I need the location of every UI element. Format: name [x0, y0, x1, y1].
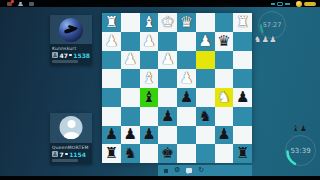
white-player-rating: 1538 — [73, 52, 90, 59]
white-p-piece: ♟ — [198, 33, 211, 48]
square-r6c4[interactable]: ♟ — [158, 107, 177, 126]
square-r3c8[interactable] — [233, 51, 252, 70]
square-r5c3[interactable]: ♝ — [140, 88, 159, 107]
player-card-black[interactable]: QueenMORTEM 7 1154 — [50, 113, 92, 164]
white-player-name: Kunnskurt — [52, 46, 90, 51]
white-p-piece: ♟ — [105, 33, 118, 48]
square-r7c7[interactable]: ♟ — [215, 126, 234, 145]
white-q-piece: ♛ — [180, 14, 193, 29]
chat-bubble-icon[interactable] — [186, 168, 192, 173]
avatar-zone — [50, 15, 92, 44]
white-player-score: 47 — [60, 52, 68, 59]
square-r8c7[interactable] — [215, 144, 234, 163]
white-p-piece: ♟ — [142, 33, 155, 48]
square-r8c8[interactable]: ♜ — [233, 144, 252, 163]
square-r7c8[interactable] — [233, 126, 252, 145]
captured-white-pieces: ♞♟♟ — [254, 36, 277, 44]
score-dot-icon — [69, 54, 71, 57]
square-r4c5[interactable]: ♟ — [177, 69, 196, 88]
square-r4c4[interactable] — [158, 69, 177, 88]
square-r5c5[interactable]: ♟ — [177, 88, 196, 107]
square-r5c2[interactable] — [121, 88, 140, 107]
square-r3c7[interactable] — [215, 51, 234, 70]
square-r1c1[interactable]: ♜ — [102, 13, 121, 32]
square-r3c4[interactable]: ♟ — [158, 51, 177, 70]
square-r7c1[interactable]: ♟ — [102, 126, 121, 145]
square-r5c8[interactable]: ♟ — [233, 88, 252, 107]
black-r-piece: ♜ — [105, 146, 118, 161]
black-q-piece: ♛ — [217, 33, 230, 48]
square-r6c5[interactable] — [177, 107, 196, 126]
white-k-piece: ♚ — [161, 14, 174, 29]
square-r8c5[interactable] — [177, 144, 196, 163]
square-r3c2[interactable]: ♟ — [121, 51, 140, 70]
top-status-bar — [0, 0, 320, 7]
square-r6c8[interactable] — [233, 107, 252, 126]
square-r2c3[interactable]: ♟ — [140, 32, 159, 51]
player-subtext-placeholder — [52, 159, 78, 162]
apps-icon[interactable] — [29, 2, 34, 7]
black-player-name: QueenMORTEM — [52, 145, 90, 150]
player-info-strip: Kunnskurt 47 1538 — [50, 44, 92, 65]
square-r6c2[interactable] — [121, 107, 140, 126]
square-r3c6[interactable] — [196, 51, 215, 70]
square-r2c1[interactable]: ♟ — [102, 32, 121, 51]
square-r7c6[interactable] — [196, 126, 215, 145]
black-player-avatar — [60, 116, 83, 139]
black-p-piece: ♟ — [161, 108, 174, 123]
square-r4c2[interactable] — [121, 69, 140, 88]
square-r4c3[interactable]: ♝ — [140, 69, 159, 88]
square-r3c3[interactable] — [140, 51, 159, 70]
black-n-piece: ♞ — [123, 146, 136, 161]
square-r6c6[interactable]: ♞ — [196, 107, 215, 126]
square-r6c3[interactable] — [140, 107, 159, 126]
square-r1c8[interactable]: ♜ — [233, 13, 252, 32]
square-r4c1[interactable] — [102, 69, 121, 88]
square-r5c6[interactable] — [196, 88, 215, 107]
square-r1c2[interactable] — [121, 13, 140, 32]
black-p-piece: ♟ — [217, 127, 230, 142]
gems-indicator-icon[interactable] — [277, 2, 283, 6]
score-dot-icon — [65, 153, 68, 156]
captured-black-pieces: ♝♟ — [292, 125, 307, 133]
white-r-piece: ♜ — [105, 14, 118, 29]
square-r8c1[interactable]: ♜ — [102, 144, 121, 163]
player-card-white[interactable]: Kunnskurt 47 1538 — [50, 15, 92, 65]
square-r7c3[interactable]: ♟ — [140, 126, 159, 145]
white-n-piece: ♞ — [217, 89, 230, 104]
square-r1c7[interactable] — [215, 13, 234, 32]
black-k-piece: ♚ — [161, 146, 174, 161]
square-r8c3[interactable] — [140, 144, 159, 163]
square-r7c5[interactable] — [177, 126, 196, 145]
square-r2c8[interactable] — [233, 32, 252, 51]
square-r1c4[interactable]: ♚ — [158, 13, 177, 32]
square-r8c6[interactable] — [196, 144, 215, 163]
black-p-piece: ♟ — [142, 127, 155, 142]
square-r5c4[interactable] — [158, 88, 177, 107]
square-r4c7[interactable] — [215, 69, 234, 88]
square-r2c7[interactable]: ♛ — [215, 32, 234, 51]
black-p-piece: ♟ — [105, 127, 118, 142]
black-p-piece: ♟ — [236, 89, 249, 104]
black-r-piece: ♜ — [236, 146, 249, 161]
square-r2c6[interactable]: ♟ — [196, 32, 215, 51]
player-subtext-placeholder — [52, 60, 78, 63]
black-clock-arc — [285, 135, 318, 168]
square-r8c2[interactable]: ♞ — [121, 144, 140, 163]
coin-icon[interactable] — [296, 1, 302, 7]
square-r2c5[interactable] — [177, 32, 196, 51]
coin-balance-pill — [304, 2, 316, 6]
white-b-piece: ♝ — [142, 14, 155, 29]
rotate-icon[interactable]: ↻ — [198, 167, 204, 174]
settings-gear-icon[interactable]: ⚙ — [174, 167, 180, 174]
friends-icon[interactable] — [18, 2, 23, 7]
gems-indicator-dash — [271, 3, 275, 5]
black-player-rating: 1154 — [69, 151, 86, 158]
square-r1c3[interactable]: ♝ — [140, 13, 159, 32]
stop-icon[interactable] — [164, 169, 168, 173]
black-b-piece: ♝ — [142, 89, 155, 104]
gems-indicator-value — [285, 3, 290, 5]
square-r3c5[interactable] — [177, 51, 196, 70]
black-p-piece: ♟ — [180, 89, 193, 104]
chess-board[interactable]: ♜♝♚♛♜♟♟♟♛♟♟♝♟♝♟♞♟♟♞♟♟♟♟♜♞♚♜ — [102, 13, 252, 163]
black-n-piece: ♞ — [198, 108, 211, 123]
white-p-piece: ♟ — [180, 71, 193, 86]
square-r5c7[interactable]: ♞ — [215, 88, 234, 107]
black-clock-active: 53:39 — [285, 135, 316, 166]
square-r4c6[interactable] — [196, 69, 215, 88]
notification-badge — [11, 0, 14, 3]
white-r-piece: ♜ — [236, 14, 249, 29]
square-r8c4[interactable]: ♚ — [158, 144, 177, 163]
notifications-icon[interactable] — [7, 2, 12, 7]
square-r3c1[interactable] — [102, 51, 121, 70]
square-r2c4[interactable] — [158, 32, 177, 51]
bottom-letterbox-bar — [0, 176, 320, 180]
square-r7c4[interactable] — [158, 126, 177, 145]
player-badge-icon — [52, 52, 58, 58]
game-toolbar: ⚙ ↻ — [158, 165, 252, 176]
player-badge-icon — [52, 151, 58, 157]
square-r7c2[interactable]: ♟ — [121, 126, 140, 145]
square-r5c1[interactable] — [102, 88, 121, 107]
black-player-score: 7 — [60, 151, 64, 158]
black-p-piece: ♟ — [123, 127, 136, 142]
square-r6c7[interactable] — [215, 107, 234, 126]
square-r2c2[interactable] — [121, 32, 140, 51]
white-p-piece: ♟ — [123, 52, 136, 67]
square-r6c1[interactable] — [102, 107, 121, 126]
square-r1c5[interactable]: ♛ — [177, 13, 196, 32]
app-window: Kunnskurt 47 1538 QueenMORTEM 7 1154 — [0, 0, 320, 180]
square-r4c8[interactable] — [233, 69, 252, 88]
avatar-zone — [50, 113, 92, 143]
white-p-piece: ♟ — [161, 52, 174, 67]
square-r1c6[interactable] — [196, 13, 215, 32]
white-b-piece: ♝ — [142, 71, 155, 86]
player-info-strip: QueenMORTEM 7 1154 — [50, 143, 92, 164]
white-player-avatar — [59, 18, 83, 42]
